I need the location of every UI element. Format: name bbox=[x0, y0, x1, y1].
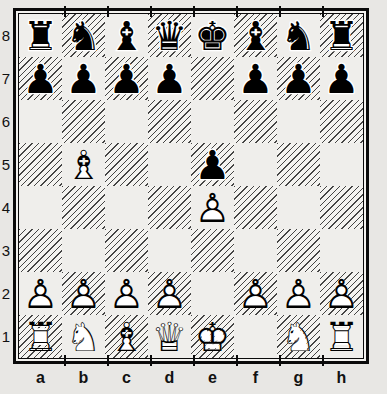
square-h2: ♟♙ bbox=[320, 272, 363, 315]
square-h3 bbox=[320, 229, 363, 272]
black-queen-d8: ♛♛ bbox=[148, 14, 191, 57]
piece-glyph: ♜ bbox=[320, 14, 363, 57]
square-a2: ♟♙ bbox=[19, 272, 62, 315]
piece-glyph: ♙ bbox=[191, 186, 234, 229]
piece-glyph: ♙ bbox=[105, 272, 148, 315]
square-e6 bbox=[191, 100, 234, 143]
white-pawn-b2: ♟♙ bbox=[62, 272, 105, 315]
border-tick bbox=[322, 6, 324, 17]
piece-glyph: ♙ bbox=[320, 272, 363, 315]
piece-glyph: ♟ bbox=[62, 57, 105, 100]
rank-label-7: 7 bbox=[0, 57, 12, 100]
piece-glyph: ♟ bbox=[234, 57, 277, 100]
piece-glyph: ♔ bbox=[191, 315, 234, 358]
black-knight-b8: ♞♞ bbox=[62, 14, 105, 57]
piece-glyph: ♟ bbox=[277, 57, 320, 100]
white-pawn-d2: ♟♙ bbox=[148, 272, 191, 315]
black-pawn-g7: ♟♟ bbox=[277, 57, 320, 100]
white-bishop-b5: ♝♗ bbox=[62, 143, 105, 186]
square-g2: ♟♙ bbox=[277, 272, 320, 315]
square-e7 bbox=[191, 57, 234, 100]
piece-glyph: ♖ bbox=[19, 315, 62, 358]
square-g7: ♟♟ bbox=[277, 57, 320, 100]
square-f5 bbox=[234, 143, 277, 186]
border-tick bbox=[107, 355, 109, 366]
piece-glyph: ♜ bbox=[19, 14, 62, 57]
square-b8: ♞♞ bbox=[62, 14, 105, 57]
file-label-b: b bbox=[62, 366, 105, 390]
black-king-e8: ♚♚ bbox=[191, 14, 234, 57]
white-pawn-c2: ♟♙ bbox=[105, 272, 148, 315]
file-label-d: d bbox=[148, 366, 191, 390]
border-tick bbox=[150, 6, 152, 17]
piece-glyph: ♟ bbox=[320, 57, 363, 100]
black-rook-a8: ♜♜ bbox=[19, 14, 62, 57]
white-pawn-f2: ♟♙ bbox=[234, 272, 277, 315]
square-g3 bbox=[277, 229, 320, 272]
border-tick bbox=[279, 355, 281, 366]
square-f3 bbox=[234, 229, 277, 272]
square-d5 bbox=[148, 143, 191, 186]
piece-glyph: ♙ bbox=[148, 272, 191, 315]
border-tick bbox=[279, 6, 281, 17]
square-b6 bbox=[62, 100, 105, 143]
piece-glyph: ♗ bbox=[105, 315, 148, 358]
border-tick bbox=[322, 355, 324, 366]
piece-glyph: ♙ bbox=[234, 272, 277, 315]
black-pawn-f7: ♟♟ bbox=[234, 57, 277, 100]
square-g1: ♞♘ bbox=[277, 315, 320, 358]
square-d6 bbox=[148, 100, 191, 143]
piece-glyph: ♛ bbox=[148, 14, 191, 57]
piece-glyph: ♝ bbox=[105, 14, 148, 57]
square-e1: ♚♔ bbox=[191, 315, 234, 358]
rank-label-8: 8 bbox=[0, 14, 12, 57]
square-b2: ♟♙ bbox=[62, 272, 105, 315]
border-tick bbox=[150, 355, 152, 366]
white-knight-g1: ♞♘ bbox=[277, 315, 320, 358]
square-h5 bbox=[320, 143, 363, 186]
black-knight-g8: ♞♞ bbox=[277, 14, 320, 57]
white-bishop-c1: ♝♗ bbox=[105, 315, 148, 358]
square-f2: ♟♙ bbox=[234, 272, 277, 315]
square-e8: ♚♚ bbox=[191, 14, 234, 57]
black-pawn-c7: ♟♟ bbox=[105, 57, 148, 100]
square-c4 bbox=[105, 186, 148, 229]
black-pawn-b7: ♟♟ bbox=[62, 57, 105, 100]
border-tick bbox=[64, 6, 66, 17]
piece-glyph: ♟ bbox=[148, 57, 191, 100]
square-f6 bbox=[234, 100, 277, 143]
square-d2: ♟♙ bbox=[148, 272, 191, 315]
square-a5 bbox=[19, 143, 62, 186]
square-d8: ♛♛ bbox=[148, 14, 191, 57]
square-c6 bbox=[105, 100, 148, 143]
black-pawn-a7: ♟♟ bbox=[19, 57, 62, 100]
piece-glyph: ♝ bbox=[234, 14, 277, 57]
piece-glyph: ♙ bbox=[62, 272, 105, 315]
square-e3 bbox=[191, 229, 234, 272]
white-queen-d1: ♛♕ bbox=[148, 315, 191, 358]
square-g6 bbox=[277, 100, 320, 143]
black-bishop-f8: ♝♝ bbox=[234, 14, 277, 57]
square-f8: ♝♝ bbox=[234, 14, 277, 57]
white-rook-a1: ♜♖ bbox=[19, 315, 62, 358]
square-c5 bbox=[105, 143, 148, 186]
square-f7: ♟♟ bbox=[234, 57, 277, 100]
piece-glyph: ♗ bbox=[62, 143, 105, 186]
square-f4 bbox=[234, 186, 277, 229]
square-e4: ♟♙ bbox=[191, 186, 234, 229]
piece-glyph: ♙ bbox=[19, 272, 62, 315]
border-tick bbox=[236, 6, 238, 17]
square-a1: ♜♖ bbox=[19, 315, 62, 358]
square-a8: ♜♜ bbox=[19, 14, 62, 57]
white-pawn-g2: ♟♙ bbox=[277, 272, 320, 315]
rank-label-2: 2 bbox=[0, 272, 12, 315]
piece-glyph: ♕ bbox=[148, 315, 191, 358]
piece-glyph: ♟ bbox=[191, 143, 234, 186]
square-d7: ♟♟ bbox=[148, 57, 191, 100]
square-h6 bbox=[320, 100, 363, 143]
square-d3 bbox=[148, 229, 191, 272]
board-inner-border: ♜♜♞♞♝♝♛♛♚♚♝♝♞♞♜♜♟♟♟♟♟♟♟♟♟♟♟♟♟♟♝♗♟♟♟♙♟♙♟♙… bbox=[18, 13, 364, 359]
square-h1: ♜♖ bbox=[320, 315, 363, 358]
square-a7: ♟♟ bbox=[19, 57, 62, 100]
square-c1: ♝♗ bbox=[105, 315, 148, 358]
piece-glyph: ♘ bbox=[62, 315, 105, 358]
square-c3 bbox=[105, 229, 148, 272]
square-b5: ♝♗ bbox=[62, 143, 105, 186]
file-label-h: h bbox=[320, 366, 363, 390]
white-knight-b1: ♞♘ bbox=[62, 315, 105, 358]
square-h7: ♟♟ bbox=[320, 57, 363, 100]
rank-label-5: 5 bbox=[0, 143, 12, 186]
square-a4 bbox=[19, 186, 62, 229]
square-f1 bbox=[234, 315, 277, 358]
rank-label-4: 4 bbox=[0, 186, 12, 229]
square-b3 bbox=[62, 229, 105, 272]
file-label-e: e bbox=[191, 366, 234, 390]
square-h8: ♜♜ bbox=[320, 14, 363, 57]
square-g5 bbox=[277, 143, 320, 186]
square-c8: ♝♝ bbox=[105, 14, 148, 57]
square-a3 bbox=[19, 229, 62, 272]
piece-glyph: ♟ bbox=[105, 57, 148, 100]
square-c2: ♟♙ bbox=[105, 272, 148, 315]
white-rook-h1: ♜♖ bbox=[320, 315, 363, 358]
square-e2 bbox=[191, 272, 234, 315]
file-label-a: a bbox=[19, 366, 62, 390]
black-bishop-c8: ♝♝ bbox=[105, 14, 148, 57]
square-g4 bbox=[277, 186, 320, 229]
piece-glyph: ♞ bbox=[277, 14, 320, 57]
black-pawn-d7: ♟♟ bbox=[148, 57, 191, 100]
border-tick bbox=[193, 6, 195, 17]
piece-glyph: ♚ bbox=[191, 14, 234, 57]
square-b7: ♟♟ bbox=[62, 57, 105, 100]
chess-board: ♜♜♞♞♝♝♛♛♚♚♝♝♞♞♜♜♟♟♟♟♟♟♟♟♟♟♟♟♟♟♝♗♟♟♟♙♟♙♟♙… bbox=[13, 8, 369, 364]
square-a6 bbox=[19, 100, 62, 143]
square-c7: ♟♟ bbox=[105, 57, 148, 100]
piece-glyph: ♘ bbox=[277, 315, 320, 358]
piece-glyph: ♙ bbox=[277, 272, 320, 315]
board-grid: ♜♜♞♞♝♝♛♛♚♚♝♝♞♞♜♜♟♟♟♟♟♟♟♟♟♟♟♟♟♟♝♗♟♟♟♙♟♙♟♙… bbox=[19, 14, 363, 358]
piece-glyph: ♟ bbox=[19, 57, 62, 100]
square-g8: ♞♞ bbox=[277, 14, 320, 57]
square-b1: ♞♘ bbox=[62, 315, 105, 358]
black-rook-h8: ♜♜ bbox=[320, 14, 363, 57]
square-d1: ♛♕ bbox=[148, 315, 191, 358]
square-b4 bbox=[62, 186, 105, 229]
file-label-c: c bbox=[105, 366, 148, 390]
file-label-f: f bbox=[234, 366, 277, 390]
white-king-e1: ♚♔ bbox=[191, 315, 234, 358]
square-h4 bbox=[320, 186, 363, 229]
square-e5: ♟♟ bbox=[191, 143, 234, 186]
border-tick bbox=[193, 355, 195, 366]
border-tick bbox=[107, 6, 109, 17]
piece-glyph: ♞ bbox=[62, 14, 105, 57]
rank-label-3: 3 bbox=[0, 229, 12, 272]
piece-glyph: ♖ bbox=[320, 315, 363, 358]
rank-label-1: 1 bbox=[0, 315, 12, 358]
square-d4 bbox=[148, 186, 191, 229]
border-tick bbox=[236, 355, 238, 366]
white-pawn-h2: ♟♙ bbox=[320, 272, 363, 315]
white-pawn-a2: ♟♙ bbox=[19, 272, 62, 315]
file-label-g: g bbox=[277, 366, 320, 390]
black-pawn-e5: ♟♟ bbox=[191, 143, 234, 186]
rank-label-6: 6 bbox=[0, 100, 12, 143]
white-pawn-e4: ♟♙ bbox=[191, 186, 234, 229]
border-tick bbox=[64, 355, 66, 366]
black-pawn-h7: ♟♟ bbox=[320, 57, 363, 100]
